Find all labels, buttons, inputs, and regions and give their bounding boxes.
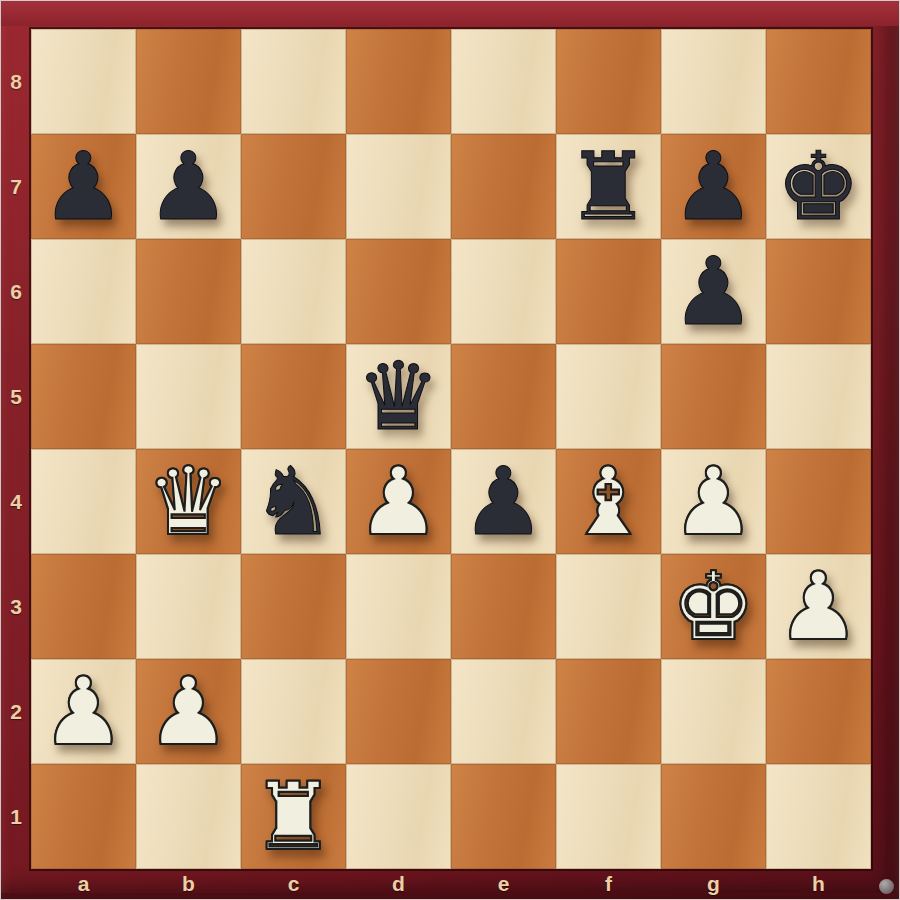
rank-label-5: 5 — [1, 344, 31, 449]
square-g2[interactable] — [661, 659, 766, 764]
rank-label-7: 7 — [1, 134, 31, 239]
file-label-h: h — [766, 869, 871, 899]
file-label-b: b — [136, 869, 241, 899]
square-g6[interactable]: ♟ — [661, 239, 766, 344]
file-label-e: e — [451, 869, 556, 899]
square-f5[interactable] — [556, 344, 661, 449]
rank-label-4: 4 — [1, 449, 31, 554]
square-d8[interactable] — [346, 29, 451, 134]
file-label-f: f — [556, 869, 661, 899]
rank-label-2: 2 — [1, 659, 31, 764]
square-e5[interactable] — [451, 344, 556, 449]
piece-black-pawn[interactable]: ♟ — [146, 140, 230, 234]
file-label-c: c — [241, 869, 346, 899]
square-d6[interactable] — [346, 239, 451, 344]
square-a2[interactable]: ♟ — [31, 659, 136, 764]
file-label-a: a — [31, 869, 136, 899]
square-d3[interactable] — [346, 554, 451, 659]
square-a6[interactable] — [31, 239, 136, 344]
square-e7[interactable] — [451, 134, 556, 239]
piece-white-queen[interactable]: ♛ — [146, 455, 230, 549]
square-b2[interactable]: ♟ — [136, 659, 241, 764]
piece-white-pawn[interactable]: ♟ — [776, 560, 860, 654]
rank-label-3: 3 — [1, 554, 31, 659]
piece-white-pawn[interactable]: ♟ — [671, 455, 755, 549]
piece-black-rook[interactable]: ♜ — [566, 140, 650, 234]
rank-label-1: 1 — [1, 764, 31, 869]
square-f4[interactable]: ♝ — [556, 449, 661, 554]
square-d7[interactable] — [346, 134, 451, 239]
square-c8[interactable] — [241, 29, 346, 134]
square-b7[interactable]: ♟ — [136, 134, 241, 239]
rank-label-8: 8 — [1, 29, 31, 134]
square-b6[interactable] — [136, 239, 241, 344]
square-c6[interactable] — [241, 239, 346, 344]
board-frame: 87654321 ♟♟♜♟♚♟♛♛♞♟♟♝♟♚♟♟♟♜ abcdefgh — [0, 0, 900, 900]
square-e6[interactable] — [451, 239, 556, 344]
square-e2[interactable] — [451, 659, 556, 764]
square-g1[interactable] — [661, 764, 766, 869]
square-e4[interactable]: ♟ — [451, 449, 556, 554]
piece-black-queen[interactable]: ♛ — [356, 350, 440, 444]
square-c5[interactable] — [241, 344, 346, 449]
square-c2[interactable] — [241, 659, 346, 764]
file-label-g: g — [661, 869, 766, 899]
square-g8[interactable] — [661, 29, 766, 134]
file-labels: abcdefgh — [31, 869, 871, 899]
square-b3[interactable] — [136, 554, 241, 659]
piece-black-pawn[interactable]: ♟ — [461, 455, 545, 549]
piece-white-pawn[interactable]: ♟ — [146, 665, 230, 759]
square-f2[interactable] — [556, 659, 661, 764]
piece-black-knight[interactable]: ♞ — [251, 455, 335, 549]
piece-white-bishop[interactable]: ♝ — [566, 455, 650, 549]
square-e8[interactable] — [451, 29, 556, 134]
square-b8[interactable] — [136, 29, 241, 134]
square-f1[interactable] — [556, 764, 661, 869]
square-f6[interactable] — [556, 239, 661, 344]
square-g5[interactable] — [661, 344, 766, 449]
square-b4[interactable]: ♛ — [136, 449, 241, 554]
piece-black-pawn[interactable]: ♟ — [41, 140, 125, 234]
square-c7[interactable] — [241, 134, 346, 239]
piece-white-pawn[interactable]: ♟ — [41, 665, 125, 759]
square-d5[interactable]: ♛ — [346, 344, 451, 449]
piece-white-king[interactable]: ♚ — [671, 560, 755, 654]
piece-black-pawn[interactable]: ♟ — [671, 140, 755, 234]
square-e3[interactable] — [451, 554, 556, 659]
square-a5[interactable] — [31, 344, 136, 449]
square-f7[interactable]: ♜ — [556, 134, 661, 239]
piece-black-pawn[interactable]: ♟ — [671, 245, 755, 339]
square-d2[interactable] — [346, 659, 451, 764]
square-f8[interactable] — [556, 29, 661, 134]
square-c1[interactable]: ♜ — [241, 764, 346, 869]
piece-white-rook[interactable]: ♜ — [251, 770, 335, 864]
square-f3[interactable] — [556, 554, 661, 659]
square-a1[interactable] — [31, 764, 136, 869]
square-h3[interactable]: ♟ — [766, 554, 871, 659]
square-g3[interactable]: ♚ — [661, 554, 766, 659]
rank-labels: 87654321 — [1, 29, 31, 869]
square-d1[interactable] — [346, 764, 451, 869]
square-h8[interactable] — [766, 29, 871, 134]
piece-white-pawn[interactable]: ♟ — [356, 455, 440, 549]
square-h2[interactable] — [766, 659, 871, 764]
square-h5[interactable] — [766, 344, 871, 449]
square-b5[interactable] — [136, 344, 241, 449]
square-b1[interactable] — [136, 764, 241, 869]
square-g4[interactable]: ♟ — [661, 449, 766, 554]
chess-board: ♟♟♜♟♚♟♛♛♞♟♟♝♟♚♟♟♟♜ — [31, 29, 871, 869]
square-d4[interactable]: ♟ — [346, 449, 451, 554]
square-e1[interactable] — [451, 764, 556, 869]
square-g7[interactable]: ♟ — [661, 134, 766, 239]
square-h4[interactable] — [766, 449, 871, 554]
square-a8[interactable] — [31, 29, 136, 134]
square-h7[interactable]: ♚ — [766, 134, 871, 239]
corner-dot — [879, 879, 894, 894]
file-label-d: d — [346, 869, 451, 899]
square-a4[interactable] — [31, 449, 136, 554]
piece-black-king[interactable]: ♚ — [776, 140, 860, 234]
square-a7[interactable]: ♟ — [31, 134, 136, 239]
square-a3[interactable] — [31, 554, 136, 659]
square-h6[interactable] — [766, 239, 871, 344]
rank-label-6: 6 — [1, 239, 31, 344]
square-c3[interactable] — [241, 554, 346, 659]
square-h1[interactable] — [766, 764, 871, 869]
square-c4[interactable]: ♞ — [241, 449, 346, 554]
